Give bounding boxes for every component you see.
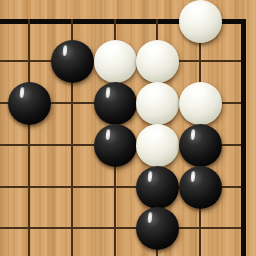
stone-white xyxy=(136,40,179,83)
board-right-edge-line xyxy=(241,19,246,256)
stone-black xyxy=(51,40,94,83)
screenshot-stage xyxy=(0,0,256,256)
stone-black xyxy=(94,124,137,167)
grid-line-horizontal xyxy=(0,227,246,229)
stone-black xyxy=(179,166,222,209)
stone-white xyxy=(179,82,222,125)
stone-black xyxy=(8,82,51,125)
grid-line-vertical xyxy=(28,19,30,256)
stone-white xyxy=(94,40,137,83)
stone-white xyxy=(179,0,222,43)
go-board[interactable] xyxy=(0,0,256,256)
stone-black xyxy=(136,166,179,209)
stone-black xyxy=(94,82,137,125)
stone-black xyxy=(179,124,222,167)
stone-white xyxy=(136,82,179,125)
stone-white xyxy=(136,124,179,167)
stone-black xyxy=(136,207,179,250)
